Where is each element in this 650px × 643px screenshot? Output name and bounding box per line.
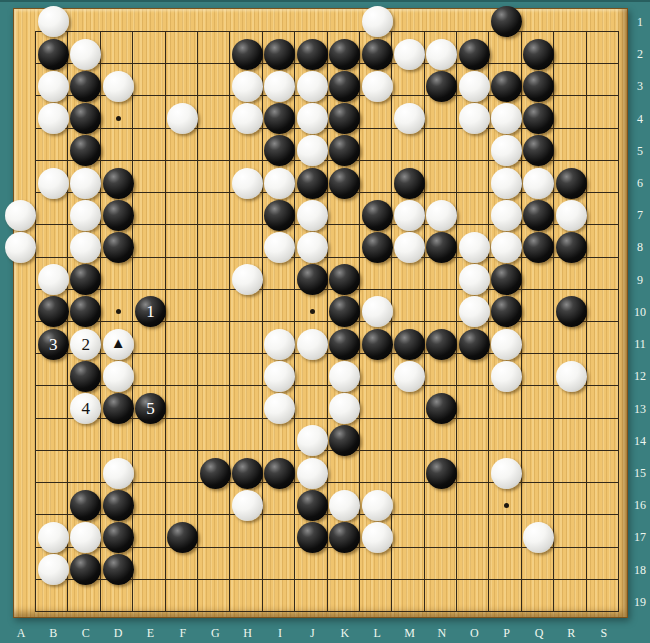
- stone-white[interactable]: 2: [70, 329, 101, 360]
- row-label: 18: [630, 554, 650, 586]
- stone-white[interactable]: [297, 135, 328, 166]
- column-label: I: [264, 626, 296, 641]
- column-label: Q: [523, 626, 555, 641]
- stone-white[interactable]: [426, 200, 457, 231]
- stone-white[interactable]: [5, 232, 36, 263]
- stone-black[interactable]: [297, 264, 328, 295]
- column-label: H: [231, 626, 263, 641]
- stone-black[interactable]: [103, 232, 134, 263]
- column-label: R: [555, 626, 587, 641]
- stone-white[interactable]: [297, 458, 328, 489]
- stone-white[interactable]: [362, 71, 393, 102]
- row-label: 9: [630, 264, 650, 296]
- stone-black[interactable]: [70, 554, 101, 585]
- stone-black[interactable]: [70, 361, 101, 392]
- stone-black[interactable]: [329, 296, 360, 327]
- stone-white[interactable]: [362, 296, 393, 327]
- row-label: 8: [630, 231, 650, 263]
- move-number-label: 3: [49, 336, 58, 353]
- stone-black[interactable]: [426, 393, 457, 424]
- column-labels: ABCDEFGHIJKLMNOPQRS: [5, 626, 620, 641]
- stone-black[interactable]: [297, 522, 328, 553]
- stone-black[interactable]: [523, 232, 554, 263]
- stone-white[interactable]: [264, 71, 295, 102]
- stone-black[interactable]: [70, 296, 101, 327]
- stone-black[interactable]: [329, 168, 360, 199]
- stone-white[interactable]: [5, 200, 36, 231]
- row-label: 6: [630, 167, 650, 199]
- stone-black[interactable]: [264, 458, 295, 489]
- stone-black[interactable]: 5: [135, 393, 166, 424]
- stone-white[interactable]: [70, 39, 101, 70]
- row-label: 5: [630, 135, 650, 167]
- stone-white[interactable]: [38, 264, 69, 295]
- row-label: 11: [630, 328, 650, 360]
- stone-black[interactable]: [264, 135, 295, 166]
- stone-black[interactable]: [523, 39, 554, 70]
- stone-black[interactable]: [329, 329, 360, 360]
- row-label: 7: [630, 199, 650, 231]
- stone-white[interactable]: [232, 264, 263, 295]
- stone-black[interactable]: [523, 135, 554, 166]
- move-number-label: 1: [146, 303, 155, 320]
- stone-black[interactable]: [491, 264, 522, 295]
- stone-black[interactable]: [297, 39, 328, 70]
- stone-white[interactable]: [394, 103, 425, 134]
- stone-black[interactable]: [329, 39, 360, 70]
- stone-black[interactable]: [556, 168, 587, 199]
- stone-white[interactable]: [329, 393, 360, 424]
- stone-black[interactable]: [491, 296, 522, 327]
- stone-white[interactable]: [264, 232, 295, 263]
- stone-white[interactable]: 4: [70, 393, 101, 424]
- row-label: 13: [630, 393, 650, 425]
- stone-black[interactable]: [264, 39, 295, 70]
- stone-black[interactable]: [329, 71, 360, 102]
- row-label: 10: [630, 296, 650, 328]
- stone-white[interactable]: [491, 103, 522, 134]
- row-labels: 12345678910111213141516171819: [630, 6, 650, 618]
- stone-black[interactable]: [297, 168, 328, 199]
- stone-black[interactable]: [103, 522, 134, 553]
- stone-white[interactable]: [329, 490, 360, 521]
- stone-black[interactable]: 1: [135, 296, 166, 327]
- stone-black[interactable]: [103, 490, 134, 521]
- stone-white[interactable]: [491, 361, 522, 392]
- stone-white[interactable]: [103, 361, 134, 392]
- stone-white[interactable]: [459, 296, 490, 327]
- move-number-label: 2: [81, 336, 90, 353]
- stone-white[interactable]: [38, 554, 69, 585]
- stone-white[interactable]: [297, 329, 328, 360]
- stone-black[interactable]: [70, 135, 101, 166]
- stone-white[interactable]: [297, 103, 328, 134]
- row-label: 15: [630, 457, 650, 489]
- stone-white[interactable]: [459, 232, 490, 263]
- stone-black[interactable]: [362, 329, 393, 360]
- stone-white[interactable]: [70, 232, 101, 263]
- column-label: C: [70, 626, 102, 641]
- stone-black[interactable]: [167, 522, 198, 553]
- stone-black[interactable]: [297, 490, 328, 521]
- stone-black[interactable]: [329, 425, 360, 456]
- stone-white[interactable]: [232, 168, 263, 199]
- stone-white[interactable]: [459, 71, 490, 102]
- stone-black[interactable]: [556, 232, 587, 263]
- column-label: K: [329, 626, 361, 641]
- stone-black[interactable]: [394, 168, 425, 199]
- stone-white[interactable]: [523, 522, 554, 553]
- stone-black[interactable]: [329, 264, 360, 295]
- stone-black[interactable]: [362, 39, 393, 70]
- stone-white[interactable]: [38, 168, 69, 199]
- stone-white[interactable]: [167, 103, 198, 134]
- stone-black[interactable]: [103, 168, 134, 199]
- stone-black[interactable]: [38, 39, 69, 70]
- column-label: N: [426, 626, 458, 641]
- stone-white[interactable]: [523, 168, 554, 199]
- stone-black[interactable]: [232, 458, 263, 489]
- stone-white[interactable]: [103, 458, 134, 489]
- stone-white[interactable]: [362, 490, 393, 521]
- column-label: A: [5, 626, 37, 641]
- stone-white[interactable]: [491, 458, 522, 489]
- stone-black[interactable]: [523, 103, 554, 134]
- column-label: S: [588, 626, 620, 641]
- column-label: M: [393, 626, 425, 641]
- stone-black[interactable]: [103, 200, 134, 231]
- stone-black[interactable]: [329, 522, 360, 553]
- stone-black[interactable]: [523, 71, 554, 102]
- column-label: G: [199, 626, 231, 641]
- stone-white[interactable]: [264, 168, 295, 199]
- stone-black[interactable]: [70, 71, 101, 102]
- move-number-label: 4: [81, 400, 90, 417]
- stone-white[interactable]: [329, 361, 360, 392]
- column-label: B: [37, 626, 69, 641]
- stone-black[interactable]: [491, 71, 522, 102]
- stone-black[interactable]: [426, 232, 457, 263]
- stone-white[interactable]: [556, 200, 587, 231]
- stone-white[interactable]: [459, 264, 490, 295]
- stone-black[interactable]: [232, 39, 263, 70]
- stone-white[interactable]: [232, 103, 263, 134]
- column-label: F: [167, 626, 199, 641]
- stone-black[interactable]: [70, 103, 101, 134]
- stone-white[interactable]: [38, 103, 69, 134]
- stone-layer: 132▲45: [5, 6, 620, 618]
- row-label: 16: [630, 489, 650, 521]
- stone-black[interactable]: [556, 296, 587, 327]
- stone-white[interactable]: [297, 232, 328, 263]
- go-board-app: 132▲45 ABCDEFGHIJKLMNOPQRS 1234567891011…: [0, 0, 650, 643]
- stone-black[interactable]: [394, 329, 425, 360]
- row-label: 17: [630, 521, 650, 553]
- stone-white[interactable]: [70, 168, 101, 199]
- stone-white[interactable]: [362, 6, 393, 37]
- stone-black[interactable]: [426, 458, 457, 489]
- row-label: 19: [630, 586, 650, 618]
- stone-black[interactable]: [264, 200, 295, 231]
- stone-white[interactable]: [70, 200, 101, 231]
- stone-white[interactable]: [232, 490, 263, 521]
- stone-white[interactable]: [491, 329, 522, 360]
- column-label: D: [102, 626, 134, 641]
- stone-white[interactable]: [264, 329, 295, 360]
- stone-black[interactable]: [426, 329, 457, 360]
- stone-white[interactable]: [103, 71, 134, 102]
- stone-black[interactable]: [38, 296, 69, 327]
- stone-black[interactable]: [426, 71, 457, 102]
- stone-white[interactable]: [459, 103, 490, 134]
- stone-black[interactable]: [200, 458, 231, 489]
- column-label: P: [490, 626, 522, 641]
- stone-black[interactable]: [329, 135, 360, 166]
- stone-white[interactable]: ▲: [103, 329, 134, 360]
- stone-white[interactable]: [394, 361, 425, 392]
- stone-black[interactable]: [362, 232, 393, 263]
- stone-black[interactable]: [70, 264, 101, 295]
- stone-black[interactable]: 3: [38, 329, 69, 360]
- stone-black[interactable]: [70, 490, 101, 521]
- stone-white[interactable]: [394, 39, 425, 70]
- stone-white[interactable]: [232, 71, 263, 102]
- stone-white[interactable]: [394, 232, 425, 263]
- stone-white[interactable]: [491, 135, 522, 166]
- stone-white[interactable]: [38, 71, 69, 102]
- row-label: 1: [630, 6, 650, 38]
- column-label: O: [458, 626, 490, 641]
- stone-black[interactable]: [264, 103, 295, 134]
- stone-white[interactable]: [264, 393, 295, 424]
- stone-white[interactable]: [297, 425, 328, 456]
- stone-white[interactable]: [426, 39, 457, 70]
- column-label: L: [361, 626, 393, 641]
- stone-white[interactable]: [491, 200, 522, 231]
- stone-white[interactable]: [394, 200, 425, 231]
- stone-black[interactable]: [362, 200, 393, 231]
- row-label: 3: [630, 70, 650, 102]
- stone-black[interactable]: [459, 329, 490, 360]
- row-label: 14: [630, 425, 650, 457]
- stone-black[interactable]: [329, 103, 360, 134]
- stone-white[interactable]: [70, 522, 101, 553]
- stone-black[interactable]: [103, 554, 134, 585]
- row-label: 2: [630, 38, 650, 70]
- stone-white[interactable]: [556, 361, 587, 392]
- stone-white[interactable]: [297, 200, 328, 231]
- stone-white[interactable]: [297, 71, 328, 102]
- stone-black[interactable]: [523, 200, 554, 231]
- triangle-marker: ▲: [111, 336, 126, 351]
- stone-black[interactable]: [103, 393, 134, 424]
- stone-white[interactable]: [38, 6, 69, 37]
- column-label: J: [296, 626, 328, 641]
- stone-black[interactable]: [491, 6, 522, 37]
- stone-white[interactable]: [38, 522, 69, 553]
- stone-black[interactable]: [459, 39, 490, 70]
- stone-white[interactable]: [264, 361, 295, 392]
- row-label: 12: [630, 360, 650, 392]
- stone-white[interactable]: [491, 232, 522, 263]
- move-number-label: 5: [146, 400, 155, 417]
- row-label: 4: [630, 103, 650, 135]
- stone-white[interactable]: [362, 522, 393, 553]
- column-label: E: [134, 626, 166, 641]
- stone-white[interactable]: [491, 168, 522, 199]
